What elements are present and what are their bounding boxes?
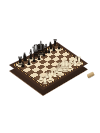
piece-glyph: ♜ (42, 74, 48, 85)
piece-glyph: ♟ (37, 53, 41, 61)
piece-glyph: ♟ (57, 44, 61, 51)
piece-glyph: ♟ (32, 55, 36, 63)
piece-glyph: ♟ (52, 46, 56, 54)
pieces-layer: ♜♞♝♛♚♝♞♜♟♟♟♟♟♟♟♟♟♟♟♟♟♟♟♟♜♞♝♛♚♝♞♜ (0, 0, 100, 133)
product-photo-canvas: ♜♞♝♛♚♝♞♜♟♟♟♟♟♟♟♟♟♟♟♟♟♟♟♟♜♞♝♛♚♝♞♜ (0, 0, 100, 133)
piece-glyph: ♟ (21, 60, 25, 69)
piece-glyph: ♟ (42, 50, 46, 58)
piece-glyph: ♟ (27, 58, 31, 67)
piece-glyph: ♝ (52, 67, 59, 80)
piece-glyph: ♞ (47, 71, 53, 83)
chess-set-photo: ♜♞♝♛♚♝♞♜♟♟♟♟♟♟♟♟♟♟♟♟♟♟♟♟♜♞♝♛♚♝♞♜ (0, 0, 100, 133)
piece-glyph: ♟ (47, 48, 51, 56)
